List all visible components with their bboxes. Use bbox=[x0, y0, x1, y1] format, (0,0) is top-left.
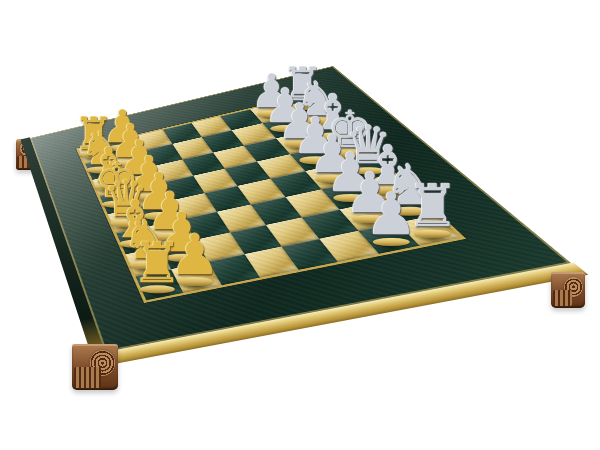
chess-board bbox=[30, 66, 571, 352]
playing-field bbox=[76, 94, 466, 303]
chess-set-photo: ♜♞♝♛♚♝♞♜♟♟♟♟♟♟♟♟♟♟♟♟♟♟♟♟♜♞♝♛♚♝♞♜ bbox=[0, 0, 600, 450]
board-foot-east bbox=[551, 272, 585, 308]
board-foot-south bbox=[72, 344, 118, 390]
board-grid bbox=[79, 96, 461, 301]
